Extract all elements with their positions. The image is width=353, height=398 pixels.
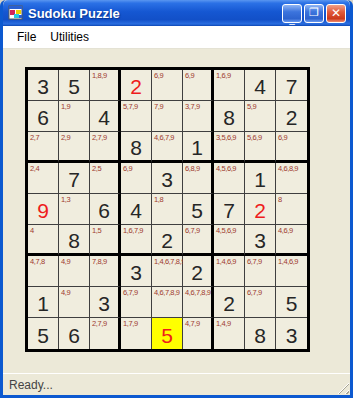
cell-r6c4[interactable]: 1,6,7,9 [121, 225, 152, 256]
title-bar[interactable]: Sudoku Puzzle _ ❐ ✕ [3, 0, 350, 26]
app-window: Sudoku Puzzle _ ❐ ✕ File Utilities 351,8… [0, 0, 353, 398]
candidate-marks: 6,7,9 [123, 288, 138, 297]
cell-r5c6[interactable]: 5 [183, 194, 214, 225]
candidate-marks: 6,9 [154, 71, 163, 80]
cell-r3c9[interactable]: 6,9 [276, 132, 307, 163]
cell-r8c5[interactable]: 4,6,7,8,9 [152, 287, 183, 318]
given-value: 4 [245, 70, 275, 100]
app-icon [8, 5, 24, 21]
cell-r2c3[interactable]: 4 [90, 101, 121, 132]
candidate-marks: 4,7,8 [30, 257, 45, 266]
cell-r1c4[interactable]: 2 [121, 70, 152, 101]
candidate-marks: 4,6,9 [278, 226, 293, 235]
cell-r4c9[interactable]: 4,6,8,9 [276, 163, 307, 194]
cell-r2c8[interactable]: 5,9 [245, 101, 276, 132]
given-value: 2 [183, 256, 211, 286]
cell-r6c6[interactable]: 6,7,9 [183, 225, 214, 256]
menu-utilities[interactable]: Utilities [43, 28, 96, 46]
cell-r2c6[interactable]: 3,7,9 [183, 101, 214, 132]
given-value: 6 [28, 101, 58, 131]
maximize-button[interactable]: ❐ [304, 4, 324, 23]
candidate-marks: 2,7,9 [92, 319, 107, 328]
candidate-marks: 2,9 [61, 133, 70, 142]
menu-bar: File Utilities [3, 26, 350, 49]
cell-r8c6[interactable]: 4,6,7,8,9 [183, 287, 214, 318]
given-value: 1 [183, 132, 211, 160]
cell-r7c6[interactable]: 2 [183, 256, 214, 287]
cell-r3c2[interactable]: 2,9 [59, 132, 90, 163]
entered-value: 2 [121, 70, 151, 100]
given-value: 3 [245, 225, 275, 253]
cell-r6c3[interactable]: 1,5 [90, 225, 121, 256]
given-value: 4 [121, 194, 151, 224]
cell-r3c3[interactable]: 2,7,9 [90, 132, 121, 163]
candidate-marks: 6,9 [278, 133, 287, 142]
status-text: Ready... [9, 378, 53, 392]
cell-r7c7[interactable]: 1,4,6,9 [214, 256, 245, 287]
cell-r5c7[interactable]: 7 [214, 194, 245, 225]
cell-r2c5[interactable]: 7,9 [152, 101, 183, 132]
client-area: 351,8,926,96,91,6,94761,945,7,97,93,7,98… [3, 49, 350, 375]
cell-r3c4[interactable]: 8 [121, 132, 152, 163]
given-value: 5 [276, 287, 307, 317]
cell-r7c8[interactable]: 6,7,9 [245, 256, 276, 287]
candidate-marks: 6,9 [123, 164, 132, 173]
status-bar: Ready... [3, 373, 350, 395]
cell-r3c8[interactable]: 5,6,9 [245, 132, 276, 163]
cell-r4c5[interactable]: 3 [152, 163, 183, 194]
candidate-marks: 5,7,9 [123, 102, 138, 111]
given-value: 1 [28, 287, 58, 317]
given-value: 8 [121, 132, 151, 160]
candidate-marks: 1,3 [61, 195, 70, 204]
candidate-marks: 6,7,9 [247, 288, 262, 297]
candidate-marks: 6,8,9 [185, 164, 200, 173]
sudoku-grid: 351,8,926,96,91,6,94761,945,7,97,93,7,98… [25, 67, 310, 352]
cell-r8c9[interactable]: 5 [276, 287, 307, 318]
cell-r6c2[interactable]: 8 [59, 225, 90, 256]
given-value: 6 [59, 318, 89, 349]
cell-r2c1[interactable]: 6 [28, 101, 59, 132]
cell-r8c2[interactable]: 4,9 [59, 287, 90, 318]
close-button[interactable]: ✕ [326, 4, 346, 23]
candidate-marks: 5,6,9 [247, 133, 262, 142]
candidate-marks: 4,6,8,9 [278, 164, 298, 173]
cell-r9c4[interactable]: 1,7,9 [121, 318, 152, 349]
cell-r8c3[interactable]: 3 [90, 287, 121, 318]
entered-value: 2 [245, 194, 275, 224]
cell-r6c7[interactable]: 4,5,6,9 [214, 225, 245, 256]
cell-r4c7[interactable]: 4,5,6,9 [214, 163, 245, 194]
cell-r4c4[interactable]: 6,9 [121, 163, 152, 194]
given-value: 7 [214, 194, 244, 224]
cell-r8c4[interactable]: 6,7,9 [121, 287, 152, 318]
candidate-marks: 4,9 [61, 257, 70, 266]
entered-value: 5 [152, 318, 182, 349]
candidate-marks: 1,9 [61, 102, 70, 111]
cell-r9c2[interactable]: 6 [59, 318, 90, 349]
cell-r1c3[interactable]: 1,8,9 [90, 70, 121, 101]
candidate-marks: 5,9 [247, 102, 256, 111]
entered-value: 9 [28, 194, 58, 224]
cell-r9c1[interactable]: 5 [28, 318, 59, 349]
cell-r1c6[interactable]: 6,9 [183, 70, 214, 101]
cell-r8c8[interactable]: 6,7,9 [245, 287, 276, 318]
cell-r4c2[interactable]: 7 [59, 163, 90, 194]
cell-r7c2[interactable]: 4,9 [59, 256, 90, 287]
given-value: 8 [59, 225, 89, 253]
candidate-marks: 1,5 [92, 226, 101, 235]
cell-r3c6[interactable]: 1 [183, 132, 214, 163]
candidate-marks: 1,7,9 [123, 319, 138, 328]
candidate-marks: 4,9 [61, 288, 70, 297]
candidate-marks: 2,4 [30, 164, 39, 173]
candidate-marks: 1,6,9 [216, 71, 231, 80]
candidate-marks: 2,5 [92, 164, 101, 173]
candidate-marks: 7,8,9 [92, 257, 107, 266]
candidate-marks: 6,7,9 [247, 257, 262, 266]
given-value: 5 [28, 318, 58, 349]
given-value: 2 [276, 101, 307, 131]
given-value: 7 [59, 163, 89, 193]
cell-r2c4[interactable]: 5,7,9 [121, 101, 152, 132]
given-value: 3 [152, 163, 182, 193]
candidate-marks: 1,4,6,9 [278, 257, 298, 266]
cell-r1c7[interactable]: 1,6,9 [214, 70, 245, 101]
menu-file[interactable]: File [10, 28, 43, 46]
cell-r9c6[interactable]: 4,7,9 [183, 318, 214, 349]
cell-r6c8[interactable]: 3 [245, 225, 276, 256]
candidate-marks: 1,4,6,7,8,9 [154, 257, 185, 266]
candidate-marks: 7,9 [154, 102, 163, 111]
cell-r7c3[interactable]: 7,8,9 [90, 256, 121, 287]
cell-r4c8[interactable]: 1 [245, 163, 276, 194]
cell-r5c5[interactable]: 1,8 [152, 194, 183, 225]
candidate-marks: 4,6,7,8,9 [154, 288, 180, 297]
cell-r7c5[interactable]: 1,4,6,7,8,9 [152, 256, 183, 287]
cell-r5c8[interactable]: 2 [245, 194, 276, 225]
given-value: 4 [90, 101, 118, 131]
given-value: 3 [121, 256, 151, 286]
candidate-marks: 4 [30, 226, 34, 235]
given-value: 1 [245, 163, 275, 193]
given-value: 2 [152, 225, 182, 253]
cell-r2c9[interactable]: 2 [276, 101, 307, 132]
given-value: 7 [276, 70, 307, 100]
cell-r3c1[interactable]: 2,7 [28, 132, 59, 163]
resize-grip[interactable] [336, 381, 349, 394]
minimize-button[interactable]: _ [282, 4, 302, 23]
cell-r3c5[interactable]: 4,6,7,9 [152, 132, 183, 163]
cell-r1c2[interactable]: 5 [59, 70, 90, 101]
cell-r8c7[interactable]: 2 [214, 287, 245, 318]
cell-r2c2[interactable]: 1,9 [59, 101, 90, 132]
candidate-marks: 4,6,7,9 [154, 133, 174, 142]
cell-r6c1[interactable]: 4 [28, 225, 59, 256]
window-title: Sudoku Puzzle [28, 6, 282, 21]
cell-r4c6[interactable]: 6,8,9 [183, 163, 214, 194]
cell-r6c9[interactable]: 4,6,9 [276, 225, 307, 256]
cell-r7c1[interactable]: 4,7,8 [28, 256, 59, 287]
cell-r1c8[interactable]: 4 [245, 70, 276, 101]
candidate-marks: 1,8 [154, 195, 163, 204]
candidate-marks: 8 [278, 195, 282, 204]
cell-r8c1[interactable]: 1 [28, 287, 59, 318]
given-value: 5 [59, 70, 89, 100]
given-value: 3 [276, 318, 307, 349]
candidate-marks: 3,5,6,9 [216, 133, 236, 142]
cell-r5c9[interactable]: 8 [276, 194, 307, 225]
candidate-marks: 6,9 [185, 71, 194, 80]
cell-r4c3[interactable]: 2,5 [90, 163, 121, 194]
cell-r2c7[interactable]: 8 [214, 101, 245, 132]
cell-r5c2[interactable]: 1,3 [59, 194, 90, 225]
given-value: 3 [28, 70, 58, 100]
cell-r9c3[interactable]: 2,7,9 [90, 318, 121, 349]
cell-r7c4[interactable]: 3 [121, 256, 152, 287]
cell-r9c7[interactable]: 1,4,9 [214, 318, 245, 349]
given-value: 2 [214, 287, 244, 317]
given-value: 3 [90, 287, 118, 317]
candidate-marks: 2,7,9 [92, 133, 107, 142]
candidate-marks: 1,6,7,9 [123, 226, 143, 235]
cell-r7c9[interactable]: 1,4,6,9 [276, 256, 307, 287]
candidate-marks: 6,7,9 [185, 226, 200, 235]
cell-r1c9[interactable]: 7 [276, 70, 307, 101]
candidate-marks: 4,6,7,8,9 [185, 288, 211, 297]
candidate-marks: 4,7,9 [185, 319, 200, 328]
given-value: 6 [90, 194, 118, 224]
cell-r4c1[interactable]: 2,4 [28, 163, 59, 194]
candidate-marks: 3,7,9 [185, 102, 200, 111]
cell-r9c8[interactable]: 8 [245, 318, 276, 349]
cell-r3c7[interactable]: 3,5,6,9 [214, 132, 245, 163]
cell-r5c1[interactable]: 9 [28, 194, 59, 225]
candidate-marks: 1,4,9 [216, 319, 231, 328]
cell-r5c4[interactable]: 4 [121, 194, 152, 225]
given-value: 8 [214, 101, 244, 131]
cell-r9c9[interactable]: 3 [276, 318, 307, 349]
cell-r5c3[interactable]: 6 [90, 194, 121, 225]
cell-r6c5[interactable]: 2 [152, 225, 183, 256]
cell-r1c5[interactable]: 6,9 [152, 70, 183, 101]
cell-r1c1[interactable]: 3 [28, 70, 59, 101]
candidate-marks: 4,5,6,9 [216, 226, 236, 235]
given-value: 5 [183, 194, 211, 224]
candidate-marks: 2,7 [30, 133, 39, 142]
candidate-marks: 1,4,6,9 [216, 257, 236, 266]
cell-r9c5[interactable]: 5 [152, 318, 183, 349]
candidate-marks: 4,5,6,9 [216, 164, 236, 173]
candidate-marks: 1,8,9 [92, 71, 107, 80]
given-value: 8 [245, 318, 275, 349]
